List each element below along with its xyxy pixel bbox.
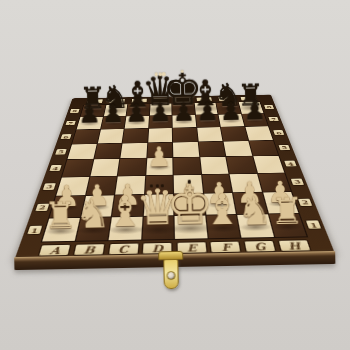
file-label-far-H: H [239, 96, 257, 101]
square-e8 [172, 103, 194, 115]
square-g1 [237, 214, 273, 238]
square-c3 [115, 176, 145, 195]
square-g6 [221, 127, 248, 141]
square-h4 [253, 156, 284, 173]
square-e1 [175, 215, 207, 239]
square-h7 [241, 114, 267, 127]
square-a4 [62, 159, 93, 176]
square-g4 [226, 156, 256, 173]
file-label-far-C: C [130, 98, 147, 103]
square-a3 [56, 177, 89, 196]
square-b7 [101, 116, 126, 129]
file-label-near-H: H [277, 239, 312, 252]
rank-label-right-8: 8 [263, 104, 275, 109]
square-b2 [81, 195, 114, 216]
rank-label-left-2: 2 [34, 202, 51, 211]
file-label-near-A: A [38, 244, 72, 257]
rank-label-left-3: 3 [41, 182, 57, 190]
square-d1 [142, 216, 174, 240]
square-g7 [218, 114, 243, 127]
square-d5 [147, 142, 172, 157]
board-scene: AABBCCDDEEFFGGHH1122334455667788 ♜♞♝♛♚♝♞… [0, 0, 350, 350]
square-f1 [206, 215, 240, 239]
square-a1 [42, 218, 79, 242]
square-e2 [174, 194, 204, 215]
square-e4 [173, 157, 200, 174]
square-b3 [86, 176, 117, 195]
square-b1 [75, 217, 110, 241]
file-label-near-B: B [73, 243, 106, 256]
board-grid [41, 101, 309, 242]
square-d3 [145, 175, 173, 194]
square-e7 [172, 115, 195, 128]
black-king-finial [181, 69, 184, 72]
file-label-near-C: C [107, 243, 139, 256]
rank-label-left-1: 1 [26, 225, 44, 235]
square-d4 [146, 158, 173, 175]
rank-label-left-5: 5 [54, 148, 68, 155]
square-c6 [123, 129, 148, 143]
file-label-far-F: F [196, 97, 213, 102]
black-queen-finial [158, 73, 161, 76]
square-f5 [198, 141, 225, 156]
square-b5 [94, 143, 122, 158]
square-c5 [120, 143, 146, 158]
rank-label-right-1: 1 [304, 220, 322, 230]
square-c8 [126, 104, 149, 116]
square-h1 [268, 213, 306, 237]
black-queen-finial [154, 73, 157, 76]
rank-label-right-2: 2 [297, 197, 314, 206]
rank-label-right-4: 4 [283, 160, 298, 167]
square-h2 [263, 192, 299, 213]
rank-label-left-4: 4 [48, 165, 63, 172]
square-h3 [258, 173, 291, 192]
rank-label-left-8: 8 [69, 108, 81, 113]
square-c2 [112, 195, 143, 216]
file-label-far-B: B [108, 98, 125, 103]
square-f3 [202, 174, 232, 193]
square-a7 [77, 117, 103, 130]
square-b4 [90, 159, 119, 176]
square-d7 [149, 115, 172, 128]
square-a8 [81, 105, 106, 117]
square-d6 [148, 128, 172, 142]
black-queen-finial [162, 73, 165, 76]
square-g2 [233, 193, 267, 214]
square-c7 [125, 116, 149, 129]
rank-label-right-6: 6 [272, 130, 285, 136]
file-label-near-G: G [243, 240, 276, 253]
square-f2 [204, 193, 236, 214]
square-a6 [72, 130, 99, 144]
square-b6 [97, 129, 123, 143]
square-h8 [238, 102, 263, 114]
square-a5 [67, 144, 96, 159]
square-f8 [194, 103, 217, 115]
rank-label-right-3: 3 [289, 178, 305, 186]
rank-label-left-7: 7 [64, 120, 76, 126]
rank-label-right-7: 7 [267, 117, 280, 122]
square-f6 [197, 127, 223, 141]
square-g3 [230, 173, 262, 192]
square-d2 [143, 194, 173, 215]
square-h6 [245, 126, 273, 140]
square-e6 [173, 128, 198, 142]
file-label-far-G: G [218, 96, 235, 101]
square-g5 [223, 141, 251, 156]
file-label-far-D: D [152, 98, 169, 103]
square-f4 [200, 157, 229, 174]
file-label-far-E: E [174, 97, 191, 102]
photo-background: AABBCCDDEEFFGGHH1122334455667788 ♜♞♝♛♚♝♞… [0, 0, 350, 350]
square-c1 [109, 216, 142, 240]
square-c4 [118, 158, 146, 175]
file-label-far-A: A [86, 99, 104, 104]
square-b8 [104, 104, 128, 116]
square-e3 [174, 175, 203, 194]
file-label-near-F: F [210, 241, 242, 254]
rank-label-right-5: 5 [277, 144, 291, 151]
square-a2 [50, 196, 85, 217]
coordinate-plaques: AABBCCDDEEFFGGHH1122334455667788 [72, 95, 270, 99]
square-f7 [195, 114, 219, 127]
brass-clasp-hole [167, 271, 176, 280]
square-e5 [173, 142, 199, 157]
square-h5 [249, 140, 278, 155]
chess-board: AABBCCDDEEFFGGHH1122334455667788 [15, 95, 335, 260]
square-g8 [216, 102, 240, 114]
square-d8 [149, 104, 171, 116]
rank-label-left-6: 6 [59, 134, 72, 140]
